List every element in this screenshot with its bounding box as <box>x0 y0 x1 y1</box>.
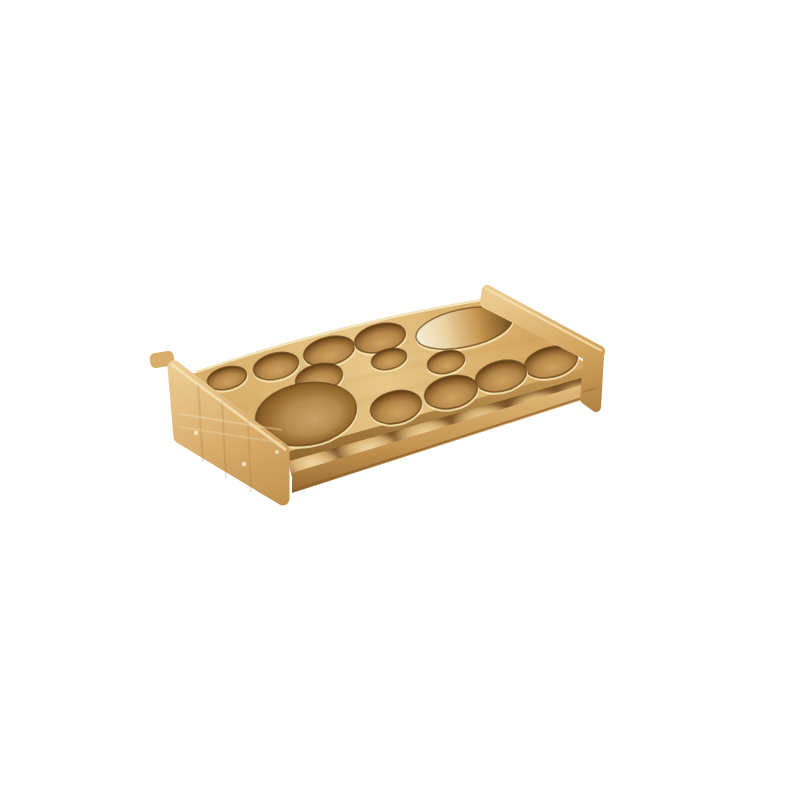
dowel-dot <box>194 431 198 435</box>
wooden-rack-photo <box>0 0 800 800</box>
mancala-board <box>0 0 800 800</box>
dowel-dot <box>275 450 279 454</box>
dowel-dot <box>242 462 246 466</box>
product-photo-stage <box>0 0 800 800</box>
right-panel-foot <box>585 356 599 407</box>
